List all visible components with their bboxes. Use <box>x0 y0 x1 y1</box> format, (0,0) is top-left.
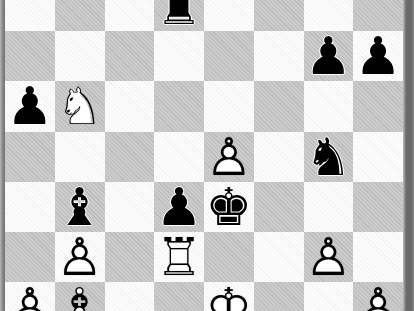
square-f6 <box>254 81 304 131</box>
square-e4: ♚ <box>204 182 254 232</box>
square-a4 <box>5 182 55 232</box>
square-d4: ♟ <box>154 182 204 232</box>
square-e7 <box>204 31 254 81</box>
white-bishop-piece: ♝♗ <box>55 282 105 311</box>
square-e2: ♚♔ <box>204 282 254 311</box>
square-a7 <box>5 31 55 81</box>
square-g2 <box>304 282 354 311</box>
square-c6 <box>105 81 155 131</box>
square-d8: ♜ <box>154 0 204 31</box>
square-d6 <box>154 81 204 131</box>
square-a5 <box>5 132 55 182</box>
white-pawn-piece: ♟♙ <box>304 232 354 282</box>
square-f4 <box>254 182 304 232</box>
square-e6 <box>204 81 254 131</box>
square-h3 <box>353 232 403 282</box>
square-c3 <box>105 232 155 282</box>
square-c2 <box>105 282 155 311</box>
black-knight-piece: ♞ <box>304 132 354 182</box>
square-b8 <box>55 0 105 31</box>
black-king-piece: ♚ <box>204 182 254 232</box>
white-pawn-piece: ♟♙ <box>5 282 55 311</box>
square-h7: ♟ <box>353 31 403 81</box>
square-f8 <box>254 0 304 31</box>
square-f3 <box>254 232 304 282</box>
square-b5 <box>55 132 105 182</box>
chess-board-grid: ♜♟♟♟♞♘♟♙♞♝♟♚♟♙♜♖♟♙♟♙♝♗♚♔♟♙ <box>5 0 403 311</box>
square-a8 <box>5 0 55 31</box>
square-c5 <box>105 132 155 182</box>
square-h6 <box>353 81 403 131</box>
white-pawn-piece: ♟♙ <box>353 282 403 311</box>
chess-board: ♜♟♟♟♞♘♟♙♞♝♟♚♟♙♜♖♟♙♟♙♝♗♚♔♟♙ <box>5 0 403 311</box>
square-d7 <box>154 31 204 81</box>
square-b2: ♝♗ <box>55 282 105 311</box>
white-rook-piece: ♜♖ <box>154 232 204 282</box>
square-b6: ♞♘ <box>55 81 105 131</box>
square-e8 <box>204 0 254 31</box>
square-b7 <box>55 31 105 81</box>
black-pawn-piece: ♟ <box>353 31 403 81</box>
white-pawn-piece: ♟♙ <box>204 132 254 182</box>
photo-right-border <box>403 0 414 311</box>
square-h5 <box>353 132 403 182</box>
square-h4 <box>353 182 403 232</box>
chess-position-photo: ♜♟♟♟♞♘♟♙♞♝♟♚♟♙♜♖♟♙♟♙♝♗♚♔♟♙ <box>0 0 414 311</box>
black-pawn-piece: ♟ <box>5 81 55 131</box>
square-g5: ♞ <box>304 132 354 182</box>
square-h2: ♟♙ <box>353 282 403 311</box>
square-d2 <box>154 282 204 311</box>
white-knight-piece: ♞♘ <box>55 81 105 131</box>
square-g6 <box>304 81 354 131</box>
square-e3 <box>204 232 254 282</box>
square-f5 <box>254 132 304 182</box>
white-king-piece: ♚♔ <box>204 282 254 311</box>
square-b3: ♟♙ <box>55 232 105 282</box>
square-a6: ♟ <box>5 81 55 131</box>
square-a3 <box>5 232 55 282</box>
square-d3: ♜♖ <box>154 232 204 282</box>
black-pawn-piece: ♟ <box>304 31 354 81</box>
square-f2 <box>254 282 304 311</box>
square-c7 <box>105 31 155 81</box>
square-d5 <box>154 132 204 182</box>
black-pawn-piece: ♟ <box>154 182 204 232</box>
square-a2: ♟♙ <box>5 282 55 311</box>
square-f7 <box>254 31 304 81</box>
square-c8 <box>105 0 155 31</box>
square-g4 <box>304 182 354 232</box>
square-g3: ♟♙ <box>304 232 354 282</box>
square-c4 <box>105 182 155 232</box>
square-e5: ♟♙ <box>204 132 254 182</box>
square-b4: ♝ <box>55 182 105 232</box>
black-rook-piece: ♜ <box>154 0 204 31</box>
white-pawn-piece: ♟♙ <box>55 232 105 282</box>
black-bishop-piece: ♝ <box>55 182 105 232</box>
square-g7: ♟ <box>304 31 354 81</box>
